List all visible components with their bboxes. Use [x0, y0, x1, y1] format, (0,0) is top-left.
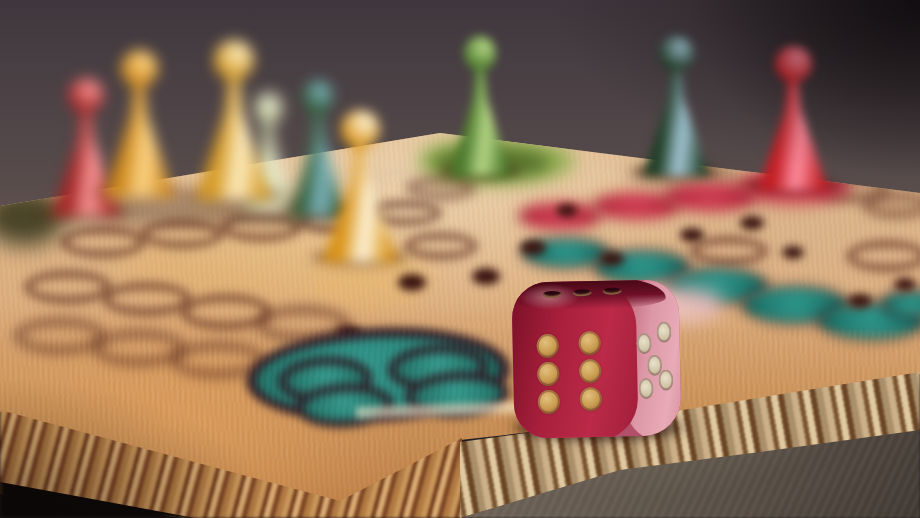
pawn-green-6[interactable]: [448, 36, 512, 176]
track-circle: [846, 240, 920, 272]
pawn-yellow-3[interactable]: [194, 40, 274, 200]
die-pip-top: [572, 289, 591, 296]
die-pip-top: [542, 290, 561, 297]
track-circle: [406, 176, 476, 200]
pawn-body: [448, 56, 512, 176]
pawn-head: [659, 36, 694, 71]
pawn-body: [641, 56, 711, 176]
track-link-dot: [680, 228, 704, 242]
pawn-head: [775, 46, 812, 82]
track-circle: [690, 236, 768, 266]
die-pip-right: [658, 369, 673, 390]
die-red[interactable]: [511, 279, 681, 438]
die-pip-right: [656, 321, 671, 342]
die-pip-top: [602, 287, 621, 294]
track-circle: [140, 219, 224, 249]
track-circle: [404, 232, 478, 260]
track-link-dot: [600, 252, 624, 266]
track-link-dot: [556, 204, 578, 217]
pawn-red-8[interactable]: [756, 46, 830, 190]
die-body: [511, 279, 681, 438]
pawn-head: [464, 36, 496, 71]
track-circle: [102, 282, 192, 316]
track-link-dot: [848, 294, 872, 308]
pawn-head: [341, 110, 380, 148]
pawn-green-7[interactable]: [641, 36, 711, 176]
pawn-body: [756, 66, 830, 190]
die-pip-right: [636, 332, 651, 353]
track-link-dot: [472, 268, 500, 285]
track-link-dot: [782, 246, 804, 259]
scene: [0, 0, 920, 518]
pawn-body: [194, 62, 274, 200]
pawn-head: [121, 50, 158, 87]
track-circle: [60, 226, 146, 258]
track-link-dot: [398, 274, 426, 291]
pawn-head: [68, 78, 104, 113]
track-link-dot: [520, 240, 546, 255]
pawn-body: [321, 131, 399, 262]
track-link-dot: [894, 278, 916, 291]
pawn-head: [214, 40, 254, 80]
pawn-yellow-5[interactable]: [321, 110, 399, 262]
pawn-body: [102, 71, 176, 197]
pawn-yellow-1[interactable]: [102, 50, 176, 197]
track-circle: [24, 270, 112, 304]
die-pip-right: [638, 377, 653, 398]
track-link-dot: [740, 216, 764, 230]
